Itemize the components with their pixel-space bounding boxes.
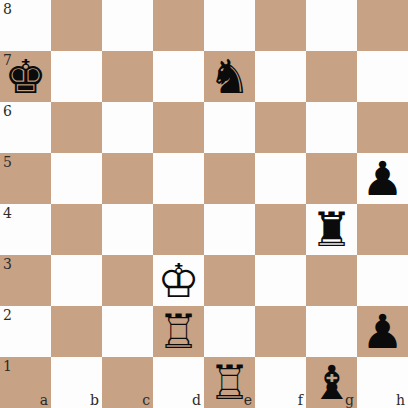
square-b7[interactable] bbox=[51, 51, 102, 102]
square-b3[interactable] bbox=[51, 255, 102, 306]
square-c2[interactable] bbox=[102, 306, 153, 357]
white-rook[interactable]: ♖ bbox=[204, 357, 255, 408]
chess-board: 87♚♞65♟4♜3♔2♖♟1abcde♖fg♝h bbox=[0, 0, 408, 408]
square-h1[interactable]: h bbox=[357, 357, 408, 408]
square-e7[interactable]: ♞ bbox=[204, 51, 255, 102]
square-f4[interactable] bbox=[255, 204, 306, 255]
square-d4[interactable] bbox=[153, 204, 204, 255]
square-d8[interactable] bbox=[153, 0, 204, 51]
black-king[interactable]: ♚ bbox=[0, 51, 51, 102]
square-h6[interactable] bbox=[357, 102, 408, 153]
square-g7[interactable] bbox=[306, 51, 357, 102]
square-e1[interactable]: e♖ bbox=[204, 357, 255, 408]
square-g6[interactable] bbox=[306, 102, 357, 153]
square-f7[interactable] bbox=[255, 51, 306, 102]
square-a5[interactable]: 5 bbox=[0, 153, 51, 204]
square-d7[interactable] bbox=[153, 51, 204, 102]
square-d3[interactable]: ♔ bbox=[153, 255, 204, 306]
square-a3[interactable]: 3 bbox=[0, 255, 51, 306]
square-b1[interactable]: b bbox=[51, 357, 102, 408]
square-c3[interactable] bbox=[102, 255, 153, 306]
square-f5[interactable] bbox=[255, 153, 306, 204]
file-label-a: a bbox=[40, 393, 48, 407]
square-h5[interactable]: ♟ bbox=[357, 153, 408, 204]
rank-label-6: 6 bbox=[3, 104, 12, 118]
rank-label-8: 8 bbox=[3, 2, 12, 16]
square-a4[interactable]: 4 bbox=[0, 204, 51, 255]
square-g5[interactable] bbox=[306, 153, 357, 204]
square-h8[interactable] bbox=[357, 0, 408, 51]
white-king[interactable]: ♔ bbox=[153, 255, 204, 306]
square-c7[interactable] bbox=[102, 51, 153, 102]
square-c4[interactable] bbox=[102, 204, 153, 255]
square-d6[interactable] bbox=[153, 102, 204, 153]
square-e2[interactable] bbox=[204, 306, 255, 357]
rank-label-2: 2 bbox=[3, 308, 12, 322]
square-f6[interactable] bbox=[255, 102, 306, 153]
black-bishop[interactable]: ♝ bbox=[306, 357, 357, 408]
square-f1[interactable]: f bbox=[255, 357, 306, 408]
square-e8[interactable] bbox=[204, 0, 255, 51]
square-c5[interactable] bbox=[102, 153, 153, 204]
square-a7[interactable]: 7♚ bbox=[0, 51, 51, 102]
square-e3[interactable] bbox=[204, 255, 255, 306]
square-g8[interactable] bbox=[306, 0, 357, 51]
square-c8[interactable] bbox=[102, 0, 153, 51]
square-b4[interactable] bbox=[51, 204, 102, 255]
square-f2[interactable] bbox=[255, 306, 306, 357]
square-f3[interactable] bbox=[255, 255, 306, 306]
file-label-c: c bbox=[142, 393, 150, 407]
square-g2[interactable] bbox=[306, 306, 357, 357]
file-label-f: f bbox=[298, 393, 303, 407]
square-g4[interactable]: ♜ bbox=[306, 204, 357, 255]
square-a1[interactable]: 1a bbox=[0, 357, 51, 408]
square-b6[interactable] bbox=[51, 102, 102, 153]
file-label-h: h bbox=[396, 393, 405, 407]
rank-label-4: 4 bbox=[3, 206, 12, 220]
square-a2[interactable]: 2 bbox=[0, 306, 51, 357]
square-h3[interactable] bbox=[357, 255, 408, 306]
black-pawn[interactable]: ♟ bbox=[357, 306, 408, 357]
square-h2[interactable]: ♟ bbox=[357, 306, 408, 357]
white-rook[interactable]: ♖ bbox=[153, 306, 204, 357]
file-label-d: d bbox=[192, 393, 201, 407]
square-h4[interactable] bbox=[357, 204, 408, 255]
rank-label-1: 1 bbox=[3, 359, 12, 373]
square-a6[interactable]: 6 bbox=[0, 102, 51, 153]
square-c1[interactable]: c bbox=[102, 357, 153, 408]
square-d1[interactable]: d bbox=[153, 357, 204, 408]
black-pawn[interactable]: ♟ bbox=[357, 153, 408, 204]
square-d5[interactable] bbox=[153, 153, 204, 204]
black-rook[interactable]: ♜ bbox=[306, 204, 357, 255]
square-b8[interactable] bbox=[51, 0, 102, 51]
square-e4[interactable] bbox=[204, 204, 255, 255]
rank-label-5: 5 bbox=[3, 155, 12, 169]
square-c6[interactable] bbox=[102, 102, 153, 153]
black-knight[interactable]: ♞ bbox=[204, 51, 255, 102]
square-g1[interactable]: g♝ bbox=[306, 357, 357, 408]
square-a8[interactable]: 8 bbox=[0, 0, 51, 51]
rank-label-3: 3 bbox=[3, 257, 12, 271]
square-e6[interactable] bbox=[204, 102, 255, 153]
file-label-b: b bbox=[90, 393, 99, 407]
square-f8[interactable] bbox=[255, 0, 306, 51]
square-g3[interactable] bbox=[306, 255, 357, 306]
square-d2[interactable]: ♖ bbox=[153, 306, 204, 357]
square-h7[interactable] bbox=[357, 51, 408, 102]
square-b2[interactable] bbox=[51, 306, 102, 357]
square-e5[interactable] bbox=[204, 153, 255, 204]
square-b5[interactable] bbox=[51, 153, 102, 204]
